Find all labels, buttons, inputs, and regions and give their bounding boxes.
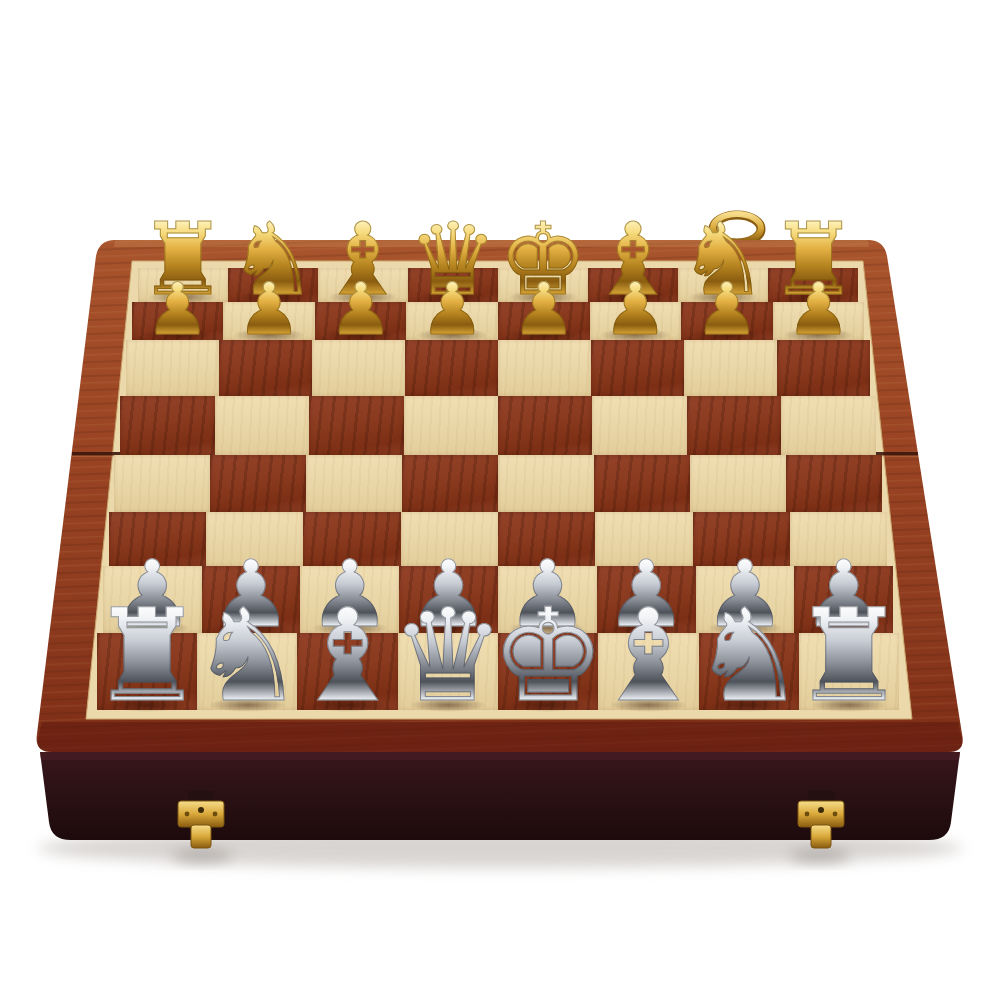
product-photo-scene: ♜♞♝♛♚♝♞♜♟♟♟♟♟♟♟♟♟♟♟♟♟♟♟♟♜♞♝♛♚♝♞♜: [0, 0, 1000, 1000]
front-bevel: [38, 722, 962, 752]
chess-box: [0, 0, 1000, 1000]
fold-seam: [72, 452, 918, 457]
ring-pull-handle: [713, 214, 761, 243]
inlay-border: [86, 261, 912, 719]
